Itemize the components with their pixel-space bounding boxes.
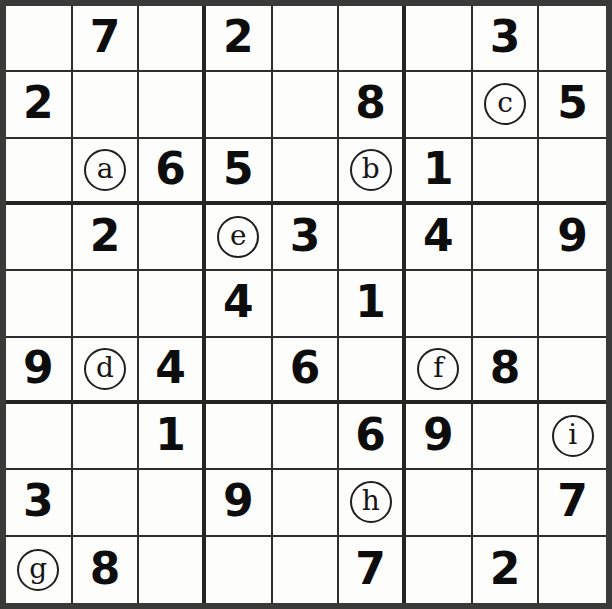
given-digit: 7: [355, 547, 386, 591]
cell-r6c6[interactable]: [339, 338, 406, 404]
cell-r8c6[interactable]: h: [339, 470, 406, 536]
cell-r4c2[interactable]: 2: [73, 205, 140, 271]
given-digit: 7: [90, 15, 121, 59]
cell-r6c1[interactable]: 9: [6, 338, 73, 404]
sudoku-board: 72328c5a65b12e349419d46f8169i39h7g872: [0, 0, 612, 609]
cell-r1c9[interactable]: [539, 6, 606, 72]
cell-r6c2[interactable]: d: [73, 338, 140, 404]
given-digit: 6: [290, 346, 321, 390]
circled-letter: f: [433, 354, 443, 382]
circled-letter: c: [497, 89, 513, 117]
cell-r8c5[interactable]: [273, 470, 340, 536]
cell-r5c8[interactable]: [473, 271, 540, 337]
cell-r7c5[interactable]: [273, 404, 340, 470]
given-digit: 9: [23, 346, 54, 390]
given-digit: 8: [355, 81, 386, 125]
circled-letter-marker: d: [84, 348, 126, 390]
cell-r4c7[interactable]: 4: [406, 205, 473, 271]
given-digit: 9: [223, 479, 254, 523]
cell-r4c1[interactable]: [6, 205, 73, 271]
given-digit: 1: [423, 147, 454, 191]
cell-r3c3[interactable]: 6: [139, 139, 206, 205]
cell-r1c3[interactable]: [139, 6, 206, 72]
cell-r6c7[interactable]: f: [406, 338, 473, 404]
given-digit: 5: [557, 81, 588, 125]
cell-r1c6[interactable]: [339, 6, 406, 72]
given-digit: 2: [490, 547, 521, 591]
cell-r1c4[interactable]: 2: [206, 6, 273, 72]
circled-letter: b: [362, 155, 380, 183]
given-digit: 7: [557, 479, 588, 523]
cell-r5c5[interactable]: [273, 271, 340, 337]
cell-r1c5[interactable]: [273, 6, 340, 72]
cell-r1c8[interactable]: 3: [473, 6, 540, 72]
cell-r8c2[interactable]: [73, 470, 140, 536]
given-digit: 3: [23, 479, 54, 523]
circled-letter: e: [230, 222, 247, 250]
circled-letter-marker: e: [217, 216, 259, 258]
circled-letter-marker: c: [484, 83, 526, 125]
cell-r8c3[interactable]: [139, 470, 206, 536]
cell-r6c9[interactable]: [539, 338, 606, 404]
cell-r9c3[interactable]: [139, 537, 206, 603]
cell-r6c4[interactable]: [206, 338, 273, 404]
cell-r5c7[interactable]: [406, 271, 473, 337]
cell-r6c8[interactable]: 8: [473, 338, 540, 404]
circled-letter-marker: i: [552, 415, 594, 457]
cell-r4c5[interactable]: 3: [273, 205, 340, 271]
circled-letter: d: [96, 354, 114, 382]
cell-r3c7[interactable]: 1: [406, 139, 473, 205]
cell-r2c8[interactable]: c: [473, 72, 540, 138]
cell-r5c3[interactable]: [139, 271, 206, 337]
circled-letter: g: [29, 555, 47, 583]
given-digit: 3: [290, 214, 321, 258]
given-digit: 9: [423, 413, 454, 457]
cell-r5c2[interactable]: [73, 271, 140, 337]
cell-r2c6[interactable]: 8: [339, 72, 406, 138]
given-digit: 3: [490, 15, 521, 59]
given-digit: 6: [155, 147, 186, 191]
cell-r7c9[interactable]: i: [539, 404, 606, 470]
given-digit: 6: [355, 413, 386, 457]
cell-r2c2[interactable]: [73, 72, 140, 138]
cell-r2c4[interactable]: [206, 72, 273, 138]
cell-r9c4[interactable]: [206, 537, 273, 603]
cell-r1c2[interactable]: 7: [73, 6, 140, 72]
cell-r9c1[interactable]: g: [6, 537, 73, 603]
sudoku-page: 72328c5a65b12e349419d46f8169i39h7g872: [0, 0, 612, 609]
cell-r7c4[interactable]: [206, 404, 273, 470]
cell-r5c4[interactable]: 4: [206, 271, 273, 337]
cell-r9c7[interactable]: [406, 537, 473, 603]
cell-r3c4[interactable]: 5: [206, 139, 273, 205]
cell-r6c3[interactable]: 4: [139, 338, 206, 404]
cell-r7c3[interactable]: 1: [139, 404, 206, 470]
cell-r5c6[interactable]: 1: [339, 271, 406, 337]
circled-letter-marker: b: [350, 149, 392, 191]
cell-r8c4[interactable]: 9: [206, 470, 273, 536]
cell-r9c5[interactable]: [273, 537, 340, 603]
cell-r3c9[interactable]: [539, 139, 606, 205]
cell-r2c5[interactable]: [273, 72, 340, 138]
cell-r8c8[interactable]: [473, 470, 540, 536]
cell-r3c2[interactable]: a: [73, 139, 140, 205]
cell-r7c6[interactable]: 6: [339, 404, 406, 470]
circled-letter-marker: g: [17, 549, 59, 591]
cell-r3c6[interactable]: b: [339, 139, 406, 205]
cell-r2c7[interactable]: [406, 72, 473, 138]
circled-letter: a: [97, 155, 114, 183]
given-digit: 8: [90, 547, 121, 591]
given-digit: 5: [223, 147, 254, 191]
cell-r2c1[interactable]: 2: [6, 72, 73, 138]
cell-r2c3[interactable]: [139, 72, 206, 138]
cell-r3c8[interactable]: [473, 139, 540, 205]
cell-r2c9[interactable]: 5: [539, 72, 606, 138]
cell-r9c9[interactable]: [539, 537, 606, 603]
cell-r7c8[interactable]: [473, 404, 540, 470]
circled-letter-marker: f: [417, 348, 459, 390]
cell-r5c9[interactable]: [539, 271, 606, 337]
cell-r6c5[interactable]: 6: [273, 338, 340, 404]
cell-r7c2[interactable]: [73, 404, 140, 470]
circled-letter: h: [362, 487, 380, 515]
cell-r7c1[interactable]: [6, 404, 73, 470]
given-digit: 8: [490, 346, 521, 390]
given-digit: 4: [223, 280, 254, 324]
circled-letter: i: [568, 421, 577, 449]
cell-r8c9[interactable]: 7: [539, 470, 606, 536]
given-digit: 1: [355, 280, 386, 324]
cell-r8c1[interactable]: 3: [6, 470, 73, 536]
cell-r4c6[interactable]: [339, 205, 406, 271]
cell-r4c3[interactable]: [139, 205, 206, 271]
cell-r4c4[interactable]: e: [206, 205, 273, 271]
cell-r4c9[interactable]: 9: [539, 205, 606, 271]
given-digit: 1: [155, 413, 186, 457]
given-digit: 4: [155, 346, 186, 390]
cell-r3c5[interactable]: [273, 139, 340, 205]
given-digit: 2: [223, 15, 254, 59]
given-digit: 9: [557, 214, 588, 258]
given-digit: 2: [23, 81, 54, 125]
cell-r8c7[interactable]: [406, 470, 473, 536]
circled-letter-marker: h: [350, 481, 392, 523]
cell-r4c8[interactable]: [473, 205, 540, 271]
cell-r9c2[interactable]: 8: [73, 537, 140, 603]
given-digit: 2: [90, 214, 121, 258]
cell-r3c1[interactable]: [6, 139, 73, 205]
cell-r9c8[interactable]: 2: [473, 537, 540, 603]
given-digit: 4: [423, 214, 454, 258]
cell-r7c7[interactable]: 9: [406, 404, 473, 470]
cell-r1c1[interactable]: [6, 6, 73, 72]
cell-r9c6[interactable]: 7: [339, 537, 406, 603]
cell-r1c7[interactable]: [406, 6, 473, 72]
cell-r5c1[interactable]: [6, 271, 73, 337]
circled-letter-marker: a: [84, 149, 126, 191]
